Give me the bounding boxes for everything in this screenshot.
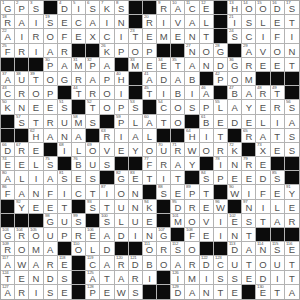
cell-r19c4[interactable]: R	[44, 256, 58, 270]
cell-r1c5[interactable]: 4D	[58, 1, 72, 15]
cell-r2c8[interactable]: I	[100, 15, 114, 29]
cell-r7c8[interactable]: O	[100, 86, 114, 100]
cell-r3c10[interactable]: 23T	[129, 29, 143, 43]
cell-r11c7[interactable]: 69O	[86, 143, 100, 157]
cell-r15c7[interactable]: 93S	[86, 200, 100, 214]
cell-r1c21[interactable]: 17S	[285, 1, 299, 15]
cell-r9c19[interactable]: L	[256, 115, 270, 129]
cell-r21c9[interactable]: W	[115, 285, 129, 299]
cell-r19c18[interactable]: T	[242, 256, 256, 270]
cell-r1c18[interactable]: 14O	[242, 1, 256, 15]
cell-r4c1[interactable]: 25F	[1, 44, 15, 58]
cell-r20c19[interactable]: D	[256, 271, 270, 285]
cell-r13c7[interactable]: S	[86, 171, 100, 185]
cell-r8c20[interactable]: R	[271, 100, 285, 114]
cell-r10c21[interactable]: S	[285, 129, 299, 143]
cell-r21c1[interactable]: 127A	[1, 285, 15, 299]
cell-r15c20[interactable]: L	[271, 200, 285, 214]
cell-r5c8[interactable]: A	[100, 58, 114, 72]
cell-r9c15[interactable]: 61B	[200, 115, 214, 129]
cell-r12c18[interactable]: 79R	[242, 157, 256, 171]
cell-r8c17[interactable]: A	[228, 100, 242, 114]
cell-r9c20[interactable]: I	[271, 115, 285, 129]
cell-r12c2[interactable]: E	[15, 157, 29, 171]
cell-r13c4[interactable]: A	[44, 171, 58, 185]
cell-r6c13[interactable]: A	[171, 72, 185, 86]
cell-r2c18[interactable]: S	[242, 15, 256, 29]
cell-r7c15[interactable]: 46A	[200, 86, 214, 100]
cell-r5c4[interactable]: 30P	[44, 58, 58, 72]
cell-r2c4[interactable]: 19S	[44, 15, 58, 29]
cell-r12c14[interactable]: Y	[185, 157, 199, 171]
cell-r3c11[interactable]: E	[143, 29, 157, 43]
cell-r19c1[interactable]: 117A	[1, 256, 15, 270]
cell-r14c15[interactable]: T	[200, 185, 214, 199]
cell-r21c20[interactable]: T	[271, 285, 285, 299]
cell-r10c6[interactable]: A	[72, 129, 86, 143]
cell-r2c12[interactable]: I	[157, 15, 171, 29]
cell-r6c16[interactable]: 42P	[214, 72, 228, 86]
cell-r16c4[interactable]: 98G	[44, 214, 58, 228]
cell-r21c8[interactable]: E	[100, 285, 114, 299]
cell-r3c21[interactable]: I	[285, 29, 299, 43]
cell-r1c9[interactable]: 8S	[115, 1, 129, 15]
cell-r19c15[interactable]: 122D	[200, 256, 214, 270]
cell-r7c2[interactable]: R	[15, 86, 29, 100]
cell-r5c6[interactable]: 31M	[72, 58, 86, 72]
cell-r3c20[interactable]: F	[271, 29, 285, 43]
cell-r11c13[interactable]: 71R	[171, 143, 185, 157]
cell-r3c12[interactable]: M	[157, 29, 171, 43]
cell-r1c14[interactable]: 11C	[185, 1, 199, 15]
cell-r20c14[interactable]: M	[185, 271, 199, 285]
cell-r9c7[interactable]: S	[86, 115, 100, 129]
cell-r21c14[interactable]: A	[185, 285, 199, 299]
cell-r13c9[interactable]: 82G	[115, 171, 129, 185]
cell-r13c20[interactable]: 85S	[271, 171, 285, 185]
cell-r18c8[interactable]: D	[100, 242, 114, 256]
cell-r12c16[interactable]: 78I	[214, 157, 228, 171]
cell-r1c7[interactable]: 6S	[86, 1, 100, 15]
cell-r17c9[interactable]: D	[115, 228, 129, 242]
cell-r16c13[interactable]: 101M	[171, 214, 185, 228]
cell-r10c20[interactable]: T	[271, 129, 285, 143]
cell-r11c8[interactable]: V	[100, 143, 114, 157]
cell-r7c3[interactable]: O	[29, 86, 43, 100]
cell-r17c4[interactable]: U	[44, 228, 58, 242]
cell-r6c4[interactable]: O	[44, 72, 58, 86]
cell-r11c14[interactable]: W	[185, 143, 199, 157]
cell-r6c12[interactable]: D	[157, 72, 171, 86]
cell-r9c11[interactable]: 60A	[143, 115, 157, 129]
cell-r11c2[interactable]: 67R	[15, 143, 29, 157]
cell-r21c3[interactable]: I	[29, 285, 43, 299]
cell-r17c1[interactable]: 103G	[1, 228, 15, 242]
cell-r10c9[interactable]: I	[115, 129, 129, 143]
cell-r18c18[interactable]: A	[242, 242, 256, 256]
cell-r12c6[interactable]: 76B	[72, 157, 86, 171]
cell-r9c12[interactable]: T	[157, 115, 171, 129]
cell-r10c5[interactable]: N	[58, 129, 72, 143]
cell-r3c2[interactable]: I	[15, 29, 29, 43]
cell-r17c18[interactable]: T	[242, 228, 256, 242]
cell-r16c9[interactable]: L	[115, 214, 129, 228]
cell-r12c1[interactable]: 74E	[1, 157, 15, 171]
cell-r8c19[interactable]: E	[256, 100, 270, 114]
cell-r5c17[interactable]: 36G	[228, 58, 242, 72]
cell-r1c8[interactable]: 7K	[100, 1, 114, 15]
cell-r13c16[interactable]: P	[214, 171, 228, 185]
cell-r13c17[interactable]: E	[228, 171, 242, 185]
cell-r20c3[interactable]: N	[29, 271, 43, 285]
cell-r2c1[interactable]: 18R	[1, 15, 15, 29]
cell-r7c7[interactable]: R	[86, 86, 100, 100]
cell-r16c10[interactable]: U	[129, 214, 143, 228]
cell-r14c9[interactable]: O	[115, 185, 129, 199]
cell-r8c18[interactable]: Y	[242, 100, 256, 114]
cell-r17c2[interactable]: 104R	[15, 228, 29, 242]
cell-r21c13[interactable]: 129D	[171, 285, 185, 299]
cell-r5c19[interactable]: E	[256, 58, 270, 72]
cell-r8c3[interactable]: E	[29, 100, 43, 114]
cell-r19c10[interactable]: 121D	[129, 256, 143, 270]
cell-r11c16[interactable]: R	[214, 143, 228, 157]
cell-r18c3[interactable]: M	[29, 242, 43, 256]
cell-r16c20[interactable]: A	[271, 214, 285, 228]
cell-r9c17[interactable]: D	[228, 115, 242, 129]
cell-r3c6[interactable]: E	[72, 29, 86, 43]
cell-r20c4[interactable]: D	[44, 271, 58, 285]
cell-r11c10[interactable]: Y	[129, 143, 143, 157]
cell-r9c16[interactable]: E	[214, 115, 228, 129]
cell-r12c3[interactable]: L	[29, 157, 43, 171]
cell-r12c13[interactable]: A	[171, 157, 185, 171]
cell-r21c16[interactable]: T	[214, 285, 228, 299]
cell-r14c17[interactable]: 90W	[228, 185, 242, 199]
cell-r14c3[interactable]: N	[29, 185, 43, 199]
cell-r19c17[interactable]: U	[228, 256, 242, 270]
cell-r2c6[interactable]: C	[72, 15, 86, 29]
cell-r21c5[interactable]: E	[58, 285, 72, 299]
cell-r5c5[interactable]: A	[58, 58, 72, 72]
cell-r6c9[interactable]: 40H	[115, 72, 129, 86]
cell-r7c4[interactable]: P	[44, 86, 58, 100]
cell-r20c18[interactable]: E	[242, 271, 256, 285]
cell-r3c7[interactable]: X	[86, 29, 100, 43]
cell-r20c1[interactable]: 124T	[1, 271, 15, 285]
cell-r15c18[interactable]: 97N	[242, 200, 256, 214]
cell-r1c20[interactable]: 16D	[271, 1, 285, 15]
cell-r8c10[interactable]: 53S	[129, 100, 143, 114]
cell-r9c5[interactable]: U	[58, 115, 72, 129]
cell-r3c4[interactable]: O	[44, 29, 58, 43]
cell-r14c18[interactable]: I	[242, 185, 256, 199]
cell-r4c4[interactable]: A	[44, 44, 58, 58]
cell-r17c3[interactable]: 105O	[29, 228, 43, 242]
cell-r21c10[interactable]: S	[129, 285, 143, 299]
cell-r15c3[interactable]: E	[29, 200, 43, 214]
cell-r16c8[interactable]: 100S	[100, 214, 114, 228]
cell-r19c20[interactable]: U	[271, 256, 285, 270]
cell-r5c13[interactable]: 35T	[171, 58, 185, 72]
cell-r19c16[interactable]: 123C	[214, 256, 228, 270]
cell-r16c17[interactable]: 102E	[228, 214, 242, 228]
cell-r11c20[interactable]: E	[271, 143, 285, 157]
cell-r3c19[interactable]: I	[256, 29, 270, 43]
cell-r3c18[interactable]: C	[242, 29, 256, 43]
cell-r14c19[interactable]: F	[256, 185, 270, 199]
cell-r1c3[interactable]: 3S	[29, 1, 43, 15]
cell-r20c16[interactable]: S	[214, 271, 228, 285]
cell-r20c10[interactable]: R	[129, 271, 143, 285]
cell-r16c21[interactable]: R	[285, 214, 299, 228]
cell-r7c12[interactable]: I	[157, 86, 171, 100]
cell-r18c20[interactable]: 115S	[271, 242, 285, 256]
cell-r10c3[interactable]: 62H	[29, 129, 43, 143]
cell-r21c7[interactable]: 128P	[86, 285, 100, 299]
cell-r18c11[interactable]: 111O	[143, 242, 157, 256]
cell-r5c10[interactable]: 33M	[129, 58, 143, 72]
cell-r2c5[interactable]: E	[58, 15, 72, 29]
cell-r18c21[interactable]: 116E	[285, 242, 299, 256]
cell-r17c5[interactable]: P	[58, 228, 72, 242]
cell-r3c1[interactable]: 22A	[1, 29, 15, 43]
cell-r14c10[interactable]: N	[129, 185, 143, 199]
cell-r8c12[interactable]: 54C	[157, 100, 171, 114]
cell-r17c6[interactable]: R	[72, 228, 86, 242]
cell-r6c17[interactable]: O	[228, 72, 242, 86]
cell-r15c11[interactable]: 94K	[143, 200, 157, 214]
cell-r20c8[interactable]: T	[100, 271, 114, 285]
cell-r14c7[interactable]: T	[86, 185, 100, 199]
cell-r4c5[interactable]: R	[58, 44, 72, 58]
cell-r19c5[interactable]: 118E	[58, 256, 72, 270]
cell-r18c13[interactable]: 112S	[171, 242, 185, 256]
cell-r7c20[interactable]: 49T	[271, 86, 285, 100]
cell-r8c16[interactable]: 55L	[214, 100, 228, 114]
cell-r21c15[interactable]: N	[200, 285, 214, 299]
cell-r15c5[interactable]: T	[58, 200, 72, 214]
cell-r6c5[interactable]: G	[58, 72, 72, 86]
cell-r13c6[interactable]: E	[72, 171, 86, 185]
cell-r2c11[interactable]: 20R	[143, 15, 157, 29]
cell-r2c15[interactable]: L	[200, 15, 214, 29]
cell-r13c18[interactable]: E	[242, 171, 256, 185]
cell-r14c1[interactable]: 86F	[1, 185, 15, 199]
cell-r18c7[interactable]: L	[86, 242, 100, 256]
cell-r1c13[interactable]: 10A	[171, 1, 185, 15]
cell-r1c15[interactable]: 12E	[200, 1, 214, 15]
cell-r8c14[interactable]: S	[185, 100, 199, 114]
cell-r5c15[interactable]: N	[200, 58, 214, 72]
cell-r19c12[interactable]: O	[157, 256, 171, 270]
cell-r2c7[interactable]: A	[86, 15, 100, 29]
cell-r3c8[interactable]: C	[100, 29, 114, 43]
cell-r21c19[interactable]: 130E	[256, 285, 270, 299]
cell-r15c10[interactable]: N	[129, 200, 143, 214]
cell-r17c7[interactable]: 106E	[86, 228, 100, 242]
cell-r7c9[interactable]: I	[115, 86, 129, 100]
cell-r12c19[interactable]: E	[256, 157, 270, 171]
cell-r15c19[interactable]: I	[256, 200, 270, 214]
cell-r6c3[interactable]: 39T	[29, 72, 43, 86]
cell-r6c7[interactable]: A	[86, 72, 100, 86]
cell-r20c7[interactable]: 125A	[86, 271, 100, 285]
cell-r14c4[interactable]: F	[44, 185, 58, 199]
cell-r20c13[interactable]: 126I	[171, 271, 185, 285]
cell-r13c19[interactable]: D	[256, 171, 270, 185]
cell-r18c2[interactable]: O	[15, 242, 29, 256]
cell-r19c21[interactable]: T	[285, 256, 299, 270]
cell-r8c9[interactable]: P	[115, 100, 129, 114]
cell-r13c2[interactable]: L	[15, 171, 29, 185]
cell-r12c17[interactable]: N	[228, 157, 242, 171]
cell-r10c14[interactable]: 64H	[185, 129, 199, 143]
cell-r5c18[interactable]: R	[242, 58, 256, 72]
cell-r4c8[interactable]: 26K	[100, 44, 114, 58]
cell-r7c19[interactable]: 48R	[256, 86, 270, 100]
cell-r16c6[interactable]: 99S	[72, 214, 86, 228]
cell-r10c10[interactable]: A	[129, 129, 143, 143]
cell-r10c18[interactable]: 65R	[242, 129, 256, 143]
cell-r20c21[interactable]: T	[285, 271, 299, 285]
cell-r14c2[interactable]: A	[15, 185, 29, 199]
cell-r18c6[interactable]: 110O	[72, 242, 86, 256]
cell-r5c21[interactable]: T	[285, 58, 299, 72]
cell-r14c6[interactable]: C	[72, 185, 86, 199]
cell-r19c8[interactable]: A	[100, 256, 114, 270]
cell-r2c13[interactable]: V	[171, 15, 185, 29]
cell-r11c11[interactable]: O	[143, 143, 157, 157]
cell-r15c13[interactable]: 95D	[171, 200, 185, 214]
cell-r4c16[interactable]: 28G	[214, 44, 228, 58]
cell-r7c11[interactable]: 45T	[143, 86, 157, 100]
cell-r17c15[interactable]: E	[200, 228, 214, 242]
cell-r4c21[interactable]: N	[285, 44, 299, 58]
cell-r19c9[interactable]: 120R	[115, 256, 129, 270]
cell-r3c5[interactable]: F	[58, 29, 72, 43]
cell-r14c5[interactable]: I	[58, 185, 72, 199]
cell-r10c4[interactable]: A	[44, 129, 58, 143]
cell-r6c18[interactable]: M	[242, 72, 256, 86]
cell-r13c10[interactable]: 83E	[129, 171, 143, 185]
cell-r9c18[interactable]: E	[242, 115, 256, 129]
cell-r4c10[interactable]: O	[129, 44, 143, 58]
cell-r14c12[interactable]: 88S	[157, 185, 171, 199]
cell-r11c17[interactable]: 72K	[228, 143, 242, 157]
cell-r18c4[interactable]: A	[44, 242, 58, 256]
cell-r10c19[interactable]: A	[256, 129, 270, 143]
cell-r2c2[interactable]: A	[15, 15, 29, 29]
cell-r9c10[interactable]: L	[129, 115, 143, 129]
cell-r11c12[interactable]: 70U	[157, 143, 171, 157]
cell-r10c15[interactable]: I	[200, 129, 214, 143]
cell-r13c13[interactable]: T	[171, 171, 185, 185]
cell-r15c4[interactable]: E	[44, 200, 58, 214]
cell-r6c1[interactable]: 37A	[1, 72, 15, 86]
cell-r5c14[interactable]: A	[185, 58, 199, 72]
cell-r9c13[interactable]: O	[171, 115, 185, 129]
cell-r17c12[interactable]: 107G	[157, 228, 171, 242]
cell-r20c2[interactable]: E	[15, 271, 29, 285]
cell-r3c9[interactable]: I	[115, 29, 129, 43]
cell-r2c20[interactable]: E	[271, 15, 285, 29]
cell-r19c14[interactable]: R	[185, 256, 199, 270]
cell-r4c2[interactable]: R	[15, 44, 29, 58]
cell-r4c11[interactable]: P	[143, 44, 157, 58]
cell-r20c17[interactable]: S	[228, 271, 242, 285]
cell-r4c9[interactable]: P	[115, 44, 129, 58]
cell-r15c8[interactable]: T	[100, 200, 114, 214]
cell-r2c21[interactable]: T	[285, 15, 299, 29]
cell-r14c20[interactable]: E	[271, 185, 285, 199]
cell-r9c9[interactable]: 59P	[115, 115, 129, 129]
cell-r19c7[interactable]: 119C	[86, 256, 100, 270]
cell-r8c7[interactable]: 52T	[86, 100, 100, 114]
cell-r13c11[interactable]: T	[143, 171, 157, 185]
cell-r5c7[interactable]: 32P	[86, 58, 100, 72]
cell-r20c9[interactable]: A	[115, 271, 129, 285]
cell-r15c16[interactable]: 96W	[214, 200, 228, 214]
cell-r14c8[interactable]: 87I	[100, 185, 114, 199]
cell-r8c13[interactable]: O	[171, 100, 185, 114]
cell-r5c16[interactable]: D	[214, 58, 228, 72]
cell-r4c18[interactable]: 29A	[242, 44, 256, 58]
cell-r7c18[interactable]: A	[242, 86, 256, 100]
cell-r20c11[interactable]: I	[143, 271, 157, 285]
cell-r6c8[interactable]: P	[100, 72, 114, 86]
cell-r6c2[interactable]: 38U	[15, 72, 29, 86]
cell-r14c14[interactable]: 89P	[185, 185, 199, 199]
cell-r2c3[interactable]: I	[29, 15, 43, 29]
cell-r19c19[interactable]: O	[256, 256, 270, 270]
cell-r21c21[interactable]: A	[285, 285, 299, 299]
cell-r9c3[interactable]: T	[29, 115, 43, 129]
cell-r4c19[interactable]: V	[256, 44, 270, 58]
cell-r21c17[interactable]: E	[228, 285, 242, 299]
cell-r17c16[interactable]: I	[214, 228, 228, 242]
cell-r7c6[interactable]: 44T	[72, 86, 86, 100]
cell-r15c14[interactable]: R	[185, 200, 199, 214]
cell-r16c11[interactable]: E	[143, 214, 157, 228]
cell-r11c5[interactable]: 68I	[58, 143, 72, 157]
cell-r1c19[interactable]: 15O	[256, 1, 270, 15]
cell-r10c8[interactable]: 63R	[100, 129, 114, 143]
cell-r16c5[interactable]: U	[58, 214, 72, 228]
cell-r3c15[interactable]: T	[200, 29, 214, 43]
cell-r21c2[interactable]: R	[15, 285, 29, 299]
cell-r13c5[interactable]: 81S	[58, 171, 72, 185]
cell-r7c1[interactable]: 43C	[1, 86, 15, 100]
cell-r5c11[interactable]: E	[143, 58, 157, 72]
cell-r12c11[interactable]: 77F	[143, 157, 157, 171]
cell-r8c5[interactable]: 51S	[58, 100, 72, 114]
cell-r13c1[interactable]: 80A	[1, 171, 15, 185]
cell-r9c21[interactable]: A	[285, 115, 299, 129]
cell-r20c5[interactable]: S	[58, 271, 72, 285]
cell-r2c19[interactable]: L	[256, 15, 270, 29]
cell-r1c6[interactable]: 5I	[72, 1, 86, 15]
cell-r1c2[interactable]: 2P	[15, 1, 29, 15]
cell-r11c6[interactable]: L	[72, 143, 86, 157]
cell-r11c21[interactable]: S	[285, 143, 299, 157]
cell-r12c12[interactable]: R	[157, 157, 171, 171]
cell-r4c3[interactable]: I	[29, 44, 43, 58]
cell-r2c14[interactable]: A	[185, 15, 199, 29]
cell-r17c8[interactable]: A	[100, 228, 114, 242]
cell-r4c14[interactable]: 27N	[185, 44, 199, 58]
cell-r19c11[interactable]: B	[143, 256, 157, 270]
